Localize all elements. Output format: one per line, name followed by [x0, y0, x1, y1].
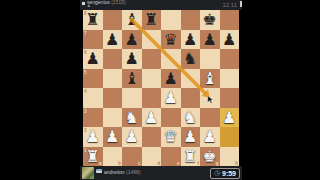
- square-b2[interactable]: ♟: [103, 127, 123, 147]
- square-d2[interactable]: [142, 127, 162, 147]
- square-e7[interactable]: ♛: [161, 30, 181, 50]
- piece-white-bishop[interactable]: ♝: [200, 69, 220, 89]
- piece-black-pawn[interactable]: ♟: [161, 69, 181, 89]
- file-label-h: h: [235, 161, 238, 166]
- file-label-c: c: [138, 161, 141, 166]
- bottom-player-bar: andreitov (1498) ◷ 9:59: [80, 166, 242, 180]
- square-f6[interactable]: ♞: [181, 49, 201, 69]
- square-h3[interactable]: ♟: [220, 108, 240, 128]
- square-e6[interactable]: [161, 49, 181, 69]
- square-h7[interactable]: ♟: [220, 30, 240, 50]
- square-a3[interactable]: 3: [83, 108, 103, 128]
- rank-label-4: 4: [84, 89, 87, 94]
- square-h2[interactable]: [220, 127, 240, 147]
- square-a5[interactable]: 5: [83, 69, 103, 89]
- square-d7[interactable]: [142, 30, 162, 50]
- top-player-bar: sengenius (1515) ♟ 12:11: [80, 0, 242, 10]
- square-e1[interactable]: e: [161, 147, 181, 167]
- file-label-e: e: [177, 161, 180, 166]
- square-a2[interactable]: 2♟: [83, 127, 103, 147]
- piece-black-pawn[interactable]: ♟: [122, 49, 142, 69]
- square-c2[interactable]: ♟: [122, 127, 142, 147]
- rank-label-5: 5: [84, 70, 87, 75]
- piece-black-pawn[interactable]: ♟: [83, 49, 103, 69]
- piece-white-pawn[interactable]: ♟: [103, 127, 123, 147]
- black-pawn-icon: ♟: [87, 4, 126, 8]
- piece-white-pawn[interactable]: ♟: [200, 127, 220, 147]
- chess-board[interactable]: 8♜♝♜♚7♟♟♛♟♟♟6♟♟♞5♝♟♝4♟3♞♟♞♟2♟♟♟♛♟♟1a♜bcd…: [83, 10, 239, 166]
- square-e2[interactable]: ♛: [161, 127, 181, 147]
- square-a8[interactable]: 8♜: [83, 10, 103, 30]
- square-e3[interactable]: [161, 108, 181, 128]
- square-f7[interactable]: ♟: [181, 30, 201, 50]
- square-b3[interactable]: [103, 108, 123, 128]
- square-d8[interactable]: ♜: [142, 10, 162, 30]
- square-c5[interactable]: ♝: [122, 69, 142, 89]
- square-g1[interactable]: g♚: [200, 147, 220, 167]
- square-d4[interactable]: [142, 88, 162, 108]
- square-b8[interactable]: [103, 10, 123, 30]
- square-g2[interactable]: ♟: [200, 127, 220, 147]
- square-e8[interactable]: [161, 10, 181, 30]
- square-g5[interactable]: ♝: [200, 69, 220, 89]
- piece-black-pawn[interactable]: ♟: [122, 30, 142, 50]
- square-f2[interactable]: ♟: [181, 127, 201, 147]
- square-a6[interactable]: 6♟: [83, 49, 103, 69]
- piece-white-king[interactable]: ♚: [200, 147, 220, 167]
- square-c6[interactable]: ♟: [122, 49, 142, 69]
- square-a1[interactable]: 1a♜: [83, 147, 103, 167]
- piece-white-pawn[interactable]: ♟: [142, 108, 162, 128]
- square-d6[interactable]: [142, 49, 162, 69]
- bottom-player-clock: ◷ 9:59: [210, 168, 240, 179]
- square-h8[interactable]: [220, 10, 240, 30]
- square-d1[interactable]: d: [142, 147, 162, 167]
- square-d3[interactable]: ♟: [142, 108, 162, 128]
- piece-white-pawn[interactable]: ♟: [220, 108, 240, 128]
- square-g4[interactable]: [200, 88, 220, 108]
- top-player-info[interactable]: sengenius (1515) ♟: [82, 0, 126, 8]
- square-h1[interactable]: h: [220, 147, 240, 167]
- app-screen: sengenius (1515) ♟ 12:11 8♜♝♜♚7♟♟♛♟♟♟6♟♟…: [0, 0, 320, 180]
- square-a7[interactable]: 7: [83, 30, 103, 50]
- avatar[interactable]: [82, 167, 94, 179]
- piece-white-pawn[interactable]: ♟: [83, 127, 103, 147]
- bottom-player-name: andreitov (1498): [104, 169, 140, 175]
- square-c4[interactable]: [122, 88, 142, 108]
- flag-icon: [96, 169, 102, 173]
- piece-white-rook[interactable]: ♜: [181, 147, 201, 167]
- piece-black-queen[interactable]: ♛: [161, 30, 181, 50]
- square-b6[interactable]: [103, 49, 123, 69]
- square-e5[interactable]: ♟: [161, 69, 181, 89]
- piece-white-knight[interactable]: ♞: [122, 108, 142, 128]
- piece-black-pawn[interactable]: ♟: [181, 30, 201, 50]
- square-c3[interactable]: ♞: [122, 108, 142, 128]
- clock-icon: ◷: [214, 169, 220, 178]
- square-b7[interactable]: ♟: [103, 30, 123, 50]
- piece-black-bishop[interactable]: ♝: [122, 10, 142, 30]
- square-h4[interactable]: [220, 88, 240, 108]
- piece-black-pawn[interactable]: ♟: [200, 30, 220, 50]
- piece-black-knight[interactable]: ♞: [181, 49, 201, 69]
- square-f4[interactable]: [181, 88, 201, 108]
- bottom-clock-time: 9:59: [222, 170, 236, 177]
- piece-white-knight[interactable]: ♞: [181, 108, 201, 128]
- square-c7[interactable]: ♟: [122, 30, 142, 50]
- square-b1[interactable]: b: [103, 147, 123, 167]
- piece-black-king[interactable]: ♚: [200, 10, 220, 30]
- square-d5[interactable]: [142, 69, 162, 89]
- piece-white-pawn[interactable]: ♟: [122, 127, 142, 147]
- square-f1[interactable]: f♜: [181, 147, 201, 167]
- file-label-b: b: [118, 161, 121, 166]
- file-label-d: d: [157, 161, 160, 166]
- piece-black-rook[interactable]: ♜: [142, 10, 162, 30]
- square-g3[interactable]: [200, 108, 220, 128]
- square-g6[interactable]: [200, 49, 220, 69]
- square-c1[interactable]: c: [122, 147, 142, 167]
- square-c8[interactable]: ♝: [122, 10, 142, 30]
- square-h6[interactable]: [220, 49, 240, 69]
- rank-label-3: 3: [84, 109, 87, 114]
- square-f5[interactable]: [181, 69, 201, 89]
- square-b5[interactable]: [103, 69, 123, 89]
- square-f3[interactable]: ♞: [181, 108, 201, 128]
- square-b4[interactable]: [103, 88, 123, 108]
- piece-black-rook[interactable]: ♜: [83, 10, 103, 30]
- piece-white-rook[interactable]: ♜: [83, 147, 103, 167]
- piece-white-queen[interactable]: ♛: [161, 127, 181, 147]
- square-g8[interactable]: ♚: [200, 10, 220, 30]
- square-a4[interactable]: 4: [83, 88, 103, 108]
- scrollbar-tick: [240, 1, 242, 7]
- bottom-player-info[interactable]: andreitov (1498): [82, 166, 140, 179]
- square-e4[interactable]: ♟: [161, 88, 181, 108]
- square-g7[interactable]: ♟: [200, 30, 220, 50]
- player-badge-icon: [82, 2, 85, 5]
- piece-black-bishop[interactable]: ♝: [122, 69, 142, 89]
- piece-black-pawn[interactable]: ♟: [103, 30, 123, 50]
- square-f8[interactable]: [181, 10, 201, 30]
- rank-label-7: 7: [84, 31, 87, 36]
- top-player-clock: 12:11: [222, 2, 237, 8]
- piece-white-pawn[interactable]: ♟: [181, 127, 201, 147]
- square-h5[interactable]: [220, 69, 240, 89]
- piece-black-pawn[interactable]: ♟: [220, 30, 240, 50]
- piece-white-pawn[interactable]: ♟: [161, 88, 181, 108]
